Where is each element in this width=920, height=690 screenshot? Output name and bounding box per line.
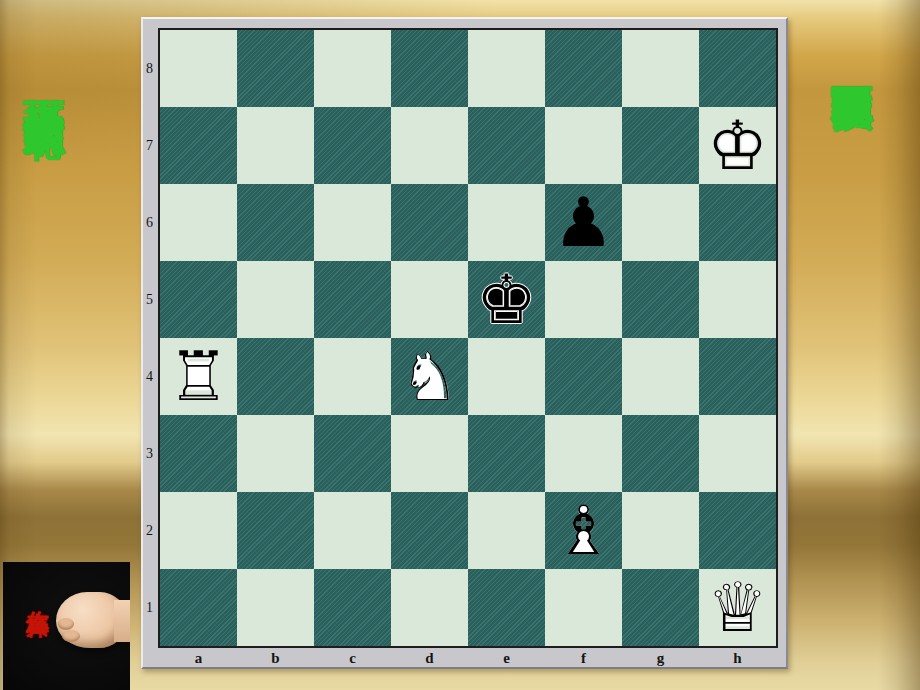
square-g6 — [622, 184, 699, 261]
white-queen-fill: ♛ — [699, 569, 776, 646]
square-d1 — [391, 569, 468, 646]
photo-caption-text: 你真棒 — [23, 592, 54, 598]
rank-label-3: 3 — [141, 415, 158, 492]
square-a5 — [160, 261, 237, 338]
square-d6 — [391, 184, 468, 261]
fist-wrist — [114, 600, 130, 642]
square-g8 — [622, 30, 699, 107]
square-b5 — [237, 261, 314, 338]
square-g4 — [622, 338, 699, 415]
file-labels: abcdefgh — [160, 648, 776, 668]
square-e5: ♚ — [468, 261, 545, 338]
rank-label-2: 2 — [141, 492, 158, 569]
square-h8 — [699, 30, 776, 107]
square-b4 — [237, 338, 314, 415]
square-g3 — [622, 415, 699, 492]
file-label-b: b — [237, 648, 314, 668]
square-b8 — [237, 30, 314, 107]
square-d3 — [391, 415, 468, 492]
chess-board: ♚♔♟♚♜♖♞♘♝♗♛♕ — [158, 28, 778, 648]
square-g7 — [622, 107, 699, 184]
square-h1: ♛♕ — [699, 569, 776, 646]
square-e8 — [468, 30, 545, 107]
white-knight-fill: ♞ — [391, 338, 468, 415]
square-g2 — [622, 492, 699, 569]
square-h7: ♚♔ — [699, 107, 776, 184]
white-king-fill: ♚ — [699, 107, 776, 184]
rank-label-1: 1 — [141, 569, 158, 646]
square-h5 — [699, 261, 776, 338]
square-f7 — [545, 107, 622, 184]
square-b7 — [237, 107, 314, 184]
file-label-g: g — [622, 648, 699, 668]
square-c2 — [314, 492, 391, 569]
square-f8 — [545, 30, 622, 107]
file-label-f: f — [545, 648, 622, 668]
square-c4 — [314, 338, 391, 415]
square-a1 — [160, 569, 237, 646]
square-f4 — [545, 338, 622, 415]
file-label-c: c — [314, 648, 391, 668]
white-rook-fill: ♜ — [160, 338, 237, 415]
rank-label-4: 4 — [141, 338, 158, 415]
file-label-h: h — [699, 648, 776, 668]
square-a4: ♜♖ — [160, 338, 237, 415]
square-g5 — [622, 261, 699, 338]
white-queen-h1: ♕ — [699, 569, 776, 646]
square-e4 — [468, 338, 545, 415]
white-knight-d4: ♘ — [391, 338, 468, 415]
black-king-e5: ♚ — [468, 261, 545, 338]
square-b6 — [237, 184, 314, 261]
rank-label-8: 8 — [141, 30, 158, 107]
square-a7 — [160, 107, 237, 184]
white-king-h7: ♔ — [699, 107, 776, 184]
rank-label-7: 7 — [141, 107, 158, 184]
square-f1 — [545, 569, 622, 646]
square-e3 — [468, 415, 545, 492]
square-h3 — [699, 415, 776, 492]
square-f2: ♝♗ — [545, 492, 622, 569]
fist-finger-detail — [62, 630, 80, 642]
square-c7 — [314, 107, 391, 184]
rank-label-6: 6 — [141, 184, 158, 261]
square-f5 — [545, 261, 622, 338]
square-a8 — [160, 30, 237, 107]
square-e7 — [468, 107, 545, 184]
square-c8 — [314, 30, 391, 107]
square-d5 — [391, 261, 468, 338]
rank-labels: 87654321 — [141, 30, 158, 646]
fist-photo: 你真棒 — [3, 562, 130, 690]
square-d8 — [391, 30, 468, 107]
square-c6 — [314, 184, 391, 261]
square-a2 — [160, 492, 237, 569]
fist-finger-detail — [58, 618, 74, 630]
rank-label-5: 5 — [141, 261, 158, 338]
square-a3 — [160, 415, 237, 492]
square-e1 — [468, 569, 545, 646]
black-pawn-f6: ♟ — [545, 184, 622, 261]
square-a6 — [160, 184, 237, 261]
square-c1 — [314, 569, 391, 646]
file-label-a: a — [160, 648, 237, 668]
file-label-d: d — [391, 648, 468, 668]
square-d2 — [391, 492, 468, 569]
square-e6 — [468, 184, 545, 261]
square-f6: ♟ — [545, 184, 622, 261]
square-h6 — [699, 184, 776, 261]
square-h2 — [699, 492, 776, 569]
square-c5 — [314, 261, 391, 338]
square-f3 — [545, 415, 622, 492]
square-c3 — [314, 415, 391, 492]
white-bishop-f2: ♗ — [545, 492, 622, 569]
square-b3 — [237, 415, 314, 492]
square-d4: ♞♘ — [391, 338, 468, 415]
square-h4 — [699, 338, 776, 415]
white-bishop-fill: ♝ — [545, 492, 622, 569]
square-b2 — [237, 492, 314, 569]
square-e2 — [468, 492, 545, 569]
square-d7 — [391, 107, 468, 184]
file-label-e: e — [468, 648, 545, 668]
square-g1 — [622, 569, 699, 646]
white-rook-a4: ♖ — [160, 338, 237, 415]
square-b1 — [237, 569, 314, 646]
